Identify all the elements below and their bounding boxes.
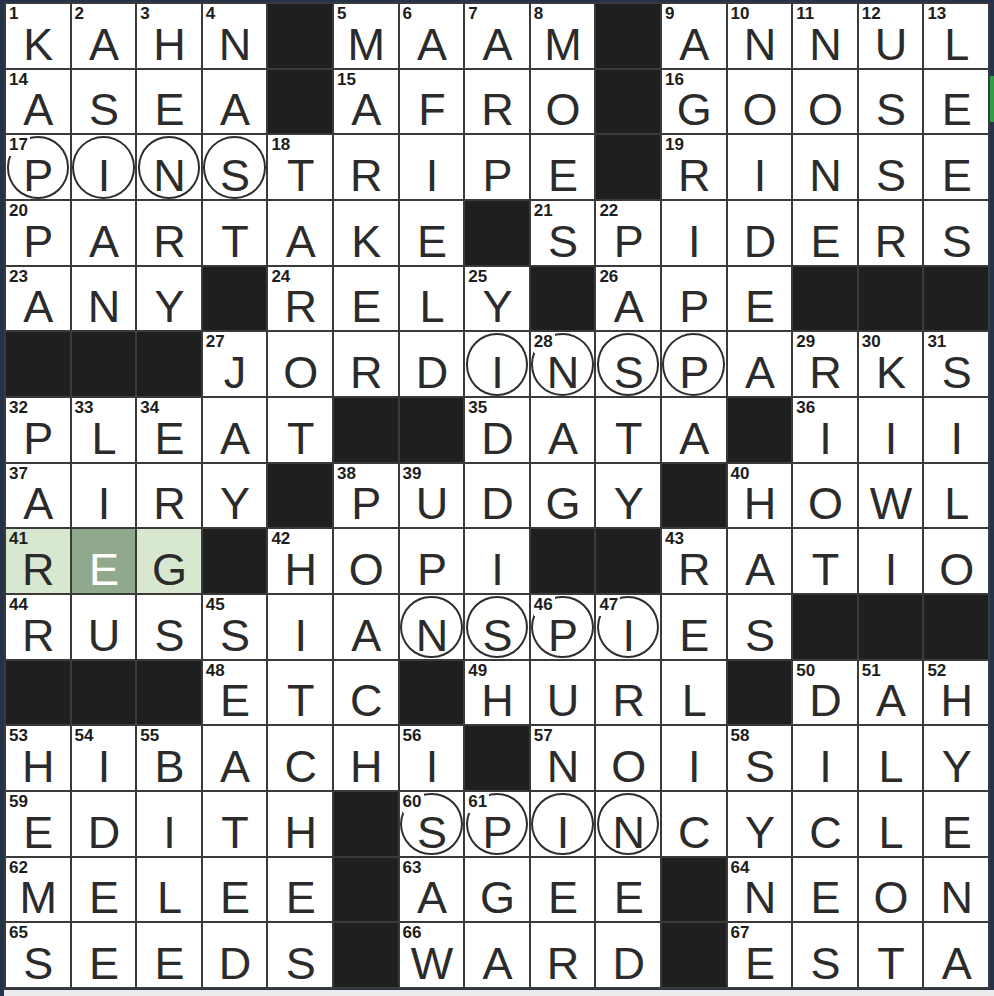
cell-r15c2[interactable]: E <box>72 923 136 987</box>
cell-r8c2[interactable]: I <box>72 464 136 528</box>
cell-letter: S <box>793 941 857 986</box>
cell-r7c3[interactable]: 34E <box>137 398 201 462</box>
cell-letter: D <box>72 810 136 855</box>
cell-letter: D <box>728 219 792 264</box>
cell-r14c7[interactable]: 63A <box>400 858 464 922</box>
cell-r11c9[interactable]: U <box>531 661 595 725</box>
cell-r13c13[interactable]: C <box>793 792 857 856</box>
cell-letter: H <box>728 481 792 526</box>
cell-r4c13[interactable]: E <box>793 201 857 265</box>
cell-r5c1[interactable]: 23A <box>6 267 70 331</box>
cell-letter: T <box>268 153 332 198</box>
cell-r1c8[interactable]: 7A <box>465 4 529 68</box>
cell-letter: E <box>924 87 988 132</box>
cell-r13c14[interactable]: L <box>859 792 923 856</box>
cell-r13c2[interactable]: D <box>72 792 136 856</box>
cell-r13c11[interactable]: C <box>662 792 726 856</box>
cell-letter: I <box>859 416 923 461</box>
cell-r9c11[interactable]: 43R <box>662 529 726 593</box>
cell-letter: A <box>268 219 332 264</box>
cell-letter: R <box>6 613 70 658</box>
cell-r3c4[interactable]: S <box>203 135 267 199</box>
cell-r13c15[interactable]: E <box>924 792 988 856</box>
cell-r5c8[interactable]: 25Y <box>465 267 529 331</box>
clue-number: 42 <box>271 529 290 549</box>
cell-r10c1[interactable]: 44R <box>6 595 70 659</box>
cell-r11c14[interactable]: 51A <box>859 661 923 725</box>
cell-r2c9[interactable]: O <box>531 70 595 134</box>
cell-r12c15[interactable]: Y <box>924 726 988 790</box>
cell-r8c6[interactable]: 38P <box>334 464 398 528</box>
cell-letter: A <box>728 350 792 395</box>
cell-letter: I <box>662 744 726 789</box>
cell-r10c3[interactable]: S <box>137 595 201 659</box>
cell-letter: E <box>924 810 988 855</box>
cell-r14c14[interactable]: O <box>859 858 923 922</box>
cell-letter: M <box>6 875 70 920</box>
cell-r12c5[interactable]: C <box>268 726 332 790</box>
cell-r3c11[interactable]: 19R <box>662 135 726 199</box>
cell-letter: O <box>859 875 923 920</box>
cell-r12c13[interactable]: I <box>793 726 857 790</box>
cell-r3c15[interactable]: E <box>924 135 988 199</box>
clue-number: 49 <box>468 661 487 681</box>
cell-r5c11[interactable]: P <box>662 267 726 331</box>
cell-r4c7[interactable]: E <box>400 201 464 265</box>
cell-r2c13[interactable]: O <box>793 70 857 134</box>
cell-r3c2[interactable]: I <box>72 135 136 199</box>
cell-letter: A <box>334 87 398 132</box>
cell-r9c8[interactable]: I <box>465 529 529 593</box>
cell-r6c10[interactable]: S <box>596 332 660 396</box>
cell-r12c1[interactable]: 53H <box>6 726 70 790</box>
cell-letter: S <box>72 87 136 132</box>
cell-r10c9[interactable]: 46P <box>531 595 595 659</box>
cell-r6c14[interactable]: 30K <box>859 332 923 396</box>
cell-r8c1[interactable]: 37A <box>6 464 70 528</box>
cell-r12c2[interactable]: 54I <box>72 726 136 790</box>
cell-r15c7[interactable]: 66W <box>400 923 464 987</box>
cell-r6c12[interactable]: A <box>728 332 792 396</box>
cell-r1c12[interactable]: 10N <box>728 4 792 68</box>
cell-r15c9[interactable]: R <box>531 923 595 987</box>
cell-r5c6[interactable]: E <box>334 267 398 331</box>
cell-r4c3[interactable]: R <box>137 201 201 265</box>
cell-r6c8[interactable]: I <box>465 332 529 396</box>
cell-r3c12[interactable]: I <box>728 135 792 199</box>
cell-r15c4[interactable]: D <box>203 923 267 987</box>
clue-number: 28 <box>534 332 555 353</box>
cell-letter: E <box>268 875 332 920</box>
black-cell-r5c15 <box>924 267 988 331</box>
black-cell-r4c8 <box>465 201 529 265</box>
cell-letter: U <box>531 678 595 723</box>
cell-r8c13[interactable]: O <box>793 464 857 528</box>
cell-r7c13[interactable]: 36I <box>793 398 857 462</box>
cell-r14c15[interactable]: N <box>924 858 988 922</box>
cell-r4c1[interactable]: 20P <box>6 201 70 265</box>
black-cell-r12c8 <box>465 726 529 790</box>
cell-r2c1[interactable]: 14A <box>6 70 70 134</box>
cell-r4c9[interactable]: 21S <box>531 201 595 265</box>
cell-r15c12[interactable]: 67E <box>728 923 792 987</box>
cell-r9c12[interactable]: A <box>728 529 792 593</box>
cell-r4c11[interactable]: I <box>662 201 726 265</box>
cell-r6c11[interactable]: P <box>662 332 726 396</box>
cell-r15c5[interactable]: S <box>268 923 332 987</box>
cell-r1c1[interactable]: 1K <box>6 4 70 68</box>
cell-letter: P <box>334 481 398 526</box>
cell-r8c12[interactable]: 40H <box>728 464 792 528</box>
cell-r12c10[interactable]: O <box>596 726 660 790</box>
cell-r4c10[interactable]: 22P <box>596 201 660 265</box>
cell-r13c4[interactable]: T <box>203 792 267 856</box>
cell-r2c14[interactable]: S <box>859 70 923 134</box>
black-cell-r1c5 <box>268 4 332 68</box>
cell-r15c10[interactable]: D <box>596 923 660 987</box>
cell-letter: E <box>203 678 267 723</box>
cell-r1c6[interactable]: 5M <box>334 4 398 68</box>
cell-r10c7[interactable]: N <box>400 595 464 659</box>
cell-r10c12[interactable]: S <box>728 595 792 659</box>
cell-r6c5[interactable]: O <box>268 332 332 396</box>
cell-r10c6[interactable]: A <box>334 595 398 659</box>
cell-r5c12[interactable]: E <box>728 267 792 331</box>
cell-r7c4[interactable]: A <box>203 398 267 462</box>
cell-r14c1[interactable]: 62M <box>6 858 70 922</box>
cell-r4c15[interactable]: S <box>924 201 988 265</box>
cell-r2c15[interactable]: E <box>924 70 988 134</box>
cell-r2c4[interactable]: A <box>203 70 267 134</box>
cell-letter: O <box>268 350 332 395</box>
clue-number: 47 <box>599 595 620 616</box>
cell-r7c8[interactable]: 35D <box>465 398 529 462</box>
cell-letter: W <box>859 481 923 526</box>
cell-r6c7[interactable]: D <box>400 332 464 396</box>
cell-letter: H <box>268 547 332 592</box>
cell-letter: S <box>728 613 792 658</box>
cell-r3c7[interactable]: I <box>400 135 464 199</box>
cell-r11c13[interactable]: 50D <box>793 661 857 725</box>
black-cell-r6c2 <box>72 332 136 396</box>
cell-letter: S <box>859 87 923 132</box>
cell-letter: G <box>465 875 529 920</box>
cell-r4c12[interactable]: D <box>728 201 792 265</box>
clue-number: 58 <box>731 726 750 746</box>
cell-r6c6[interactable]: R <box>334 332 398 396</box>
black-cell-r3c10 <box>596 135 660 199</box>
cell-letter: L <box>859 744 923 789</box>
cell-r15c13[interactable]: S <box>793 923 857 987</box>
cell-letter: J <box>203 350 267 395</box>
clue-number: 11 <box>796 4 814 24</box>
cell-letter: O <box>793 87 857 132</box>
cell-r9c1[interactable]: 41R <box>6 529 70 593</box>
cell-r4c2[interactable]: A <box>72 201 136 265</box>
cell-r13c8[interactable]: 61P <box>465 792 529 856</box>
cell-r12c7[interactable]: 56I <box>400 726 464 790</box>
cell-letter: N <box>924 875 988 920</box>
cell-letter: P <box>6 416 70 461</box>
cell-letter: Y <box>465 284 529 329</box>
black-cell-r5c14 <box>859 267 923 331</box>
cell-r13c10[interactable]: N <box>596 792 660 856</box>
cell-r15c1[interactable]: 65S <box>6 923 70 987</box>
cell-r11c8[interactable]: 49H <box>465 661 529 725</box>
cell-r1c4[interactable]: 4N <box>203 4 267 68</box>
cell-r9c14[interactable]: I <box>859 529 923 593</box>
cell-r1c7[interactable]: 6A <box>400 4 464 68</box>
clue-number: 56 <box>403 726 422 746</box>
clue-number: 4 <box>206 4 215 24</box>
cell-r7c15[interactable]: I <box>924 398 988 462</box>
cell-r9c2[interactable]: E <box>72 529 136 593</box>
cell-r3c5[interactable]: 18T <box>268 135 332 199</box>
cell-r14c13[interactable]: E <box>793 858 857 922</box>
cell-letter: S <box>859 153 923 198</box>
cell-letter: G <box>531 481 595 526</box>
cell-letter: R <box>137 481 201 526</box>
cell-r11c15[interactable]: 52H <box>924 661 988 725</box>
cell-r5c10[interactable]: 26A <box>596 267 660 331</box>
cell-r10c11[interactable]: E <box>662 595 726 659</box>
cell-r14c2[interactable]: E <box>72 858 136 922</box>
cell-letter: R <box>334 153 398 198</box>
cell-r7c5[interactable]: T <box>268 398 332 462</box>
clue-number: 48 <box>206 661 225 681</box>
cell-r14c3[interactable]: L <box>137 858 201 922</box>
cell-r2c2[interactable]: S <box>72 70 136 134</box>
cell-letter: T <box>268 678 332 723</box>
cell-r12c9[interactable]: 57N <box>531 726 595 790</box>
cell-letter: S <box>6 941 70 986</box>
cell-r7c9[interactable]: A <box>531 398 595 462</box>
cell-letter: E <box>400 219 464 264</box>
cell-r2c8[interactable]: R <box>465 70 529 134</box>
cell-letter: D <box>400 350 464 395</box>
cell-letter: G <box>137 547 201 592</box>
cell-r10c5[interactable]: I <box>268 595 332 659</box>
cell-r12c12[interactable]: 58S <box>728 726 792 790</box>
cell-letter: T <box>203 810 267 855</box>
cell-r5c3[interactable]: Y <box>137 267 201 331</box>
cell-r14c5[interactable]: E <box>268 858 332 922</box>
cell-r12c4[interactable]: A <box>203 726 267 790</box>
cell-letter: E <box>137 416 201 461</box>
cell-r1c9[interactable]: 8M <box>531 4 595 68</box>
cell-letter: Y <box>728 810 792 855</box>
cell-letter: R <box>334 350 398 395</box>
clue-number: 12 <box>862 4 881 24</box>
cell-r10c10[interactable]: 47I <box>596 595 660 659</box>
cell-r14c9[interactable]: E <box>531 858 595 922</box>
cell-letter: A <box>859 678 923 723</box>
clue-number: 2 <box>75 4 84 24</box>
cell-letter: K <box>859 350 923 395</box>
cell-r3c3[interactable]: N <box>137 135 201 199</box>
cell-r12c6[interactable]: H <box>334 726 398 790</box>
cell-r5c7[interactable]: L <box>400 267 464 331</box>
cell-letter: I <box>924 416 988 461</box>
cell-r4c6[interactable]: K <box>334 201 398 265</box>
cell-r1c15[interactable]: 13L <box>924 4 988 68</box>
cell-letter: N <box>793 153 857 198</box>
cell-r2c12[interactable]: O <box>728 70 792 134</box>
cell-letter: A <box>465 941 529 986</box>
cell-letter: G <box>662 87 726 132</box>
cell-r3c13[interactable]: N <box>793 135 857 199</box>
cell-r10c8[interactable]: S <box>465 595 529 659</box>
right-accent-strip <box>990 76 994 122</box>
cell-r8c4[interactable]: Y <box>203 464 267 528</box>
cell-r8c8[interactable]: D <box>465 464 529 528</box>
clue-number: 57 <box>534 726 553 746</box>
cell-r3c8[interactable]: P <box>465 135 529 199</box>
cell-letter: L <box>859 810 923 855</box>
cell-r5c5[interactable]: 24R <box>268 267 332 331</box>
cell-r11c4[interactable]: 48E <box>203 661 267 725</box>
cell-r14c4[interactable]: E <box>203 858 267 922</box>
cell-r4c14[interactable]: R <box>859 201 923 265</box>
cell-letter: B <box>137 744 201 789</box>
cell-letter: E <box>137 941 201 986</box>
cell-r11c11[interactable]: L <box>662 661 726 725</box>
cell-letter: A <box>465 22 529 67</box>
cell-letter: D <box>793 678 857 723</box>
cell-letter: Y <box>203 481 267 526</box>
clue-number: 34 <box>140 398 159 418</box>
cell-r15c15[interactable]: A <box>924 923 988 987</box>
cell-r8c15[interactable]: L <box>924 464 988 528</box>
cell-letter: A <box>72 22 136 67</box>
cell-r5c2[interactable]: N <box>72 267 136 331</box>
cell-letter: E <box>793 875 857 920</box>
cell-letter: A <box>6 87 70 132</box>
cell-r4c5[interactable]: A <box>268 201 332 265</box>
cell-r6c4[interactable]: 27J <box>203 332 267 396</box>
cell-r14c12[interactable]: 64N <box>728 858 792 922</box>
cell-r3c1[interactable]: 17P <box>6 135 70 199</box>
cell-r8c10[interactable]: Y <box>596 464 660 528</box>
cell-r9c5[interactable]: 42H <box>268 529 332 593</box>
cell-letter: U <box>72 613 136 658</box>
cell-r8c14[interactable]: W <box>859 464 923 528</box>
cell-r13c9[interactable]: I <box>531 792 595 856</box>
cell-r8c7[interactable]: 39U <box>400 464 464 528</box>
cell-letter: O <box>596 744 660 789</box>
cell-r9c15[interactable]: O <box>924 529 988 593</box>
black-cell-r14c6 <box>334 858 398 922</box>
cell-r4c4[interactable]: T <box>203 201 267 265</box>
cell-r10c2[interactable]: U <box>72 595 136 659</box>
cell-letter: A <box>662 416 726 461</box>
cell-letter: A <box>6 284 70 329</box>
cell-r11c10[interactable]: R <box>596 661 660 725</box>
cell-r13c12[interactable]: Y <box>728 792 792 856</box>
cell-r6c13[interactable]: 29R <box>793 332 857 396</box>
cell-r7c1[interactable]: 32P <box>6 398 70 462</box>
cell-r6c15[interactable]: 31S <box>924 332 988 396</box>
black-cell-r10c14 <box>859 595 923 659</box>
cell-r7c11[interactable]: A <box>662 398 726 462</box>
cell-letter: P <box>662 284 726 329</box>
clue-number: 9 <box>665 4 674 24</box>
cell-r13c1[interactable]: 59E <box>6 792 70 856</box>
cell-r9c7[interactable]: P <box>400 529 464 593</box>
cell-r3c6[interactable]: R <box>334 135 398 199</box>
cell-r2c3[interactable]: E <box>137 70 201 134</box>
cell-r13c7[interactable]: 60S <box>400 792 464 856</box>
cell-r12c11[interactable]: I <box>662 726 726 790</box>
cell-letter: E <box>728 284 792 329</box>
cell-letter: S <box>728 744 792 789</box>
cell-r14c8[interactable]: G <box>465 858 529 922</box>
cell-letter: I <box>793 416 857 461</box>
cell-r12c14[interactable]: L <box>859 726 923 790</box>
clue-number: 60 <box>403 792 424 813</box>
cell-r1c2[interactable]: 2A <box>72 4 136 68</box>
cell-letter: O <box>531 87 595 132</box>
cell-r9c13[interactable]: T <box>793 529 857 593</box>
black-cell-r14c11 <box>662 858 726 922</box>
cell-r1c13[interactable]: 11N <box>793 4 857 68</box>
cell-letter: A <box>203 744 267 789</box>
clue-number: 25 <box>468 267 487 287</box>
black-cell-r5c9 <box>531 267 595 331</box>
cell-r12c3[interactable]: 55B <box>137 726 201 790</box>
cell-r1c3[interactable]: 3H <box>137 4 201 68</box>
cell-r8c9[interactable]: G <box>531 464 595 528</box>
clue-number: 53 <box>9 726 28 746</box>
clue-number: 14 <box>9 70 28 90</box>
cell-letter: L <box>662 678 726 723</box>
cell-letter: T <box>596 416 660 461</box>
cell-r15c3[interactable]: E <box>137 923 201 987</box>
cell-r2c7[interactable]: F <box>400 70 464 134</box>
cell-r11c5[interactable]: T <box>268 661 332 725</box>
cell-r3c14[interactable]: S <box>859 135 923 199</box>
cell-r6c9[interactable]: 28N <box>531 332 595 396</box>
cell-r9c6[interactable]: O <box>334 529 398 593</box>
cell-letter: N <box>203 22 267 67</box>
cell-r7c2[interactable]: 33L <box>72 398 136 462</box>
cell-r15c14[interactable]: T <box>859 923 923 987</box>
cell-r1c14[interactable]: 12U <box>859 4 923 68</box>
cell-r1c11[interactable]: 9A <box>662 4 726 68</box>
cell-r10c4[interactable]: 45S <box>203 595 267 659</box>
black-cell-r13c6 <box>334 792 398 856</box>
cell-r7c14[interactable]: I <box>859 398 923 462</box>
black-cell-r2c5 <box>268 70 332 134</box>
cell-letter: C <box>662 810 726 855</box>
cell-letter: C <box>268 744 332 789</box>
cell-r2c6[interactable]: 15A <box>334 70 398 134</box>
clue-number: 27 <box>206 332 225 352</box>
cell-r7c10[interactable]: T <box>596 398 660 462</box>
cell-r3c9[interactable]: E <box>531 135 595 199</box>
cell-r8c3[interactable]: R <box>137 464 201 528</box>
cell-r13c5[interactable]: H <box>268 792 332 856</box>
cell-letter: D <box>465 416 529 461</box>
cell-letter: N <box>531 350 595 395</box>
cell-r15c8[interactable]: A <box>465 923 529 987</box>
cell-r14c10[interactable]: E <box>596 858 660 922</box>
cell-r2c11[interactable]: 16G <box>662 70 726 134</box>
cell-r11c6[interactable]: C <box>334 661 398 725</box>
cell-r9c3[interactable]: G <box>137 529 201 593</box>
cell-letter: I <box>531 810 595 855</box>
cell-r13c3[interactable]: I <box>137 792 201 856</box>
